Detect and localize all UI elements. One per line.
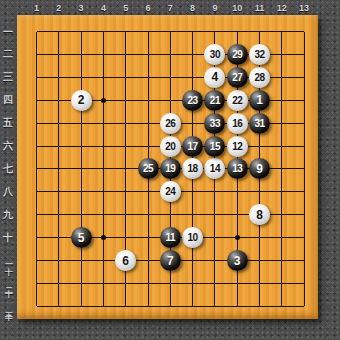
- left-coordinate-label: 十: [0, 226, 16, 250]
- left-coordinate-label: 三: [0, 65, 16, 89]
- stone-black-13: 13: [227, 158, 248, 179]
- left-coordinate-label: 九: [0, 203, 16, 227]
- top-coordinate-label: 13: [295, 1, 313, 15]
- top-coordinate-label: 2: [50, 1, 68, 15]
- left-coordinate-label: 一: [0, 20, 16, 44]
- stone-white-20: 20: [160, 136, 181, 157]
- left-coordinate-label: 七: [0, 157, 16, 181]
- left-coordinate-label: 十三: [0, 294, 16, 318]
- left-coordinate-label: 六: [0, 134, 16, 158]
- left-coordinate-label: 二: [0, 42, 16, 66]
- top-coordinate-label: 1: [28, 1, 46, 15]
- top-coordinate-label: 8: [184, 1, 202, 15]
- left-coordinate-label: 十二: [0, 271, 16, 295]
- left-coordinate-label: 八: [0, 180, 16, 204]
- stone-black-29: 29: [227, 44, 248, 65]
- stone-white-32: 32: [249, 44, 270, 65]
- stone-black-1: 1: [249, 90, 270, 111]
- star-point: [101, 98, 106, 103]
- star-point: [235, 235, 240, 240]
- star-point: [101, 235, 106, 240]
- grid-line-horizontal: [37, 283, 305, 284]
- stone-white-12: 12: [227, 136, 248, 157]
- stone-black-25: 25: [138, 158, 159, 179]
- top-coordinate-label: 5: [117, 1, 135, 15]
- top-coordinate-label: 7: [161, 1, 179, 15]
- top-coordinate-label: 11: [251, 1, 269, 15]
- stone-black-23: 23: [182, 90, 203, 111]
- left-coordinate-label: 四: [0, 88, 16, 112]
- stone-black-21: 21: [204, 90, 225, 111]
- stone-black-33: 33: [204, 113, 225, 134]
- grid-line-horizontal: [37, 306, 305, 307]
- stone-white-26: 26: [160, 113, 181, 134]
- stone-white-22: 22: [227, 90, 248, 111]
- stone-black-27: 27: [227, 67, 248, 88]
- top-coordinate-label: 9: [206, 1, 224, 15]
- top-coordinate-label: 6: [139, 1, 157, 15]
- stone-black-5: 5: [71, 227, 92, 248]
- left-coordinate-label: 五: [0, 111, 16, 135]
- stone-black-3: 3: [227, 250, 248, 271]
- top-coordinate-label: 4: [94, 1, 112, 15]
- top-coordinate-label: 3: [72, 1, 90, 15]
- stone-black-17: 17: [182, 136, 203, 157]
- stone-black-15: 15: [204, 136, 225, 157]
- stone-black-31: 31: [249, 113, 270, 134]
- stone-white-16: 16: [227, 113, 248, 134]
- stone-white-2: 2: [71, 90, 92, 111]
- top-coordinate-label: 10: [228, 1, 246, 15]
- stone-black-7: 7: [160, 250, 181, 271]
- stone-white-28: 28: [249, 67, 270, 88]
- grid-line-vertical: [281, 32, 282, 307]
- top-coordinate-label: 12: [273, 1, 291, 15]
- stone-white-24: 24: [160, 181, 181, 202]
- grid-line-vertical: [304, 32, 305, 307]
- go-diagram: 12345678910111213一二三四五六七八九十十一十二十三1234567…: [0, 0, 340, 340]
- left-coordinate-label: 十一: [0, 249, 16, 273]
- stone-black-11: 11: [160, 227, 181, 248]
